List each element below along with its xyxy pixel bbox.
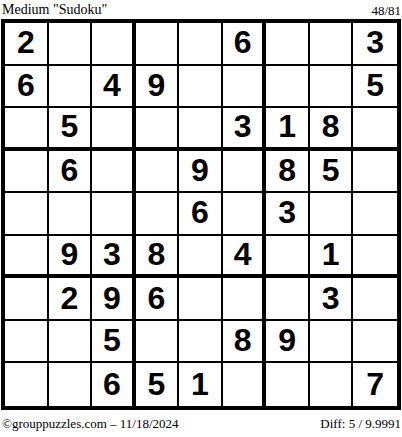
cell-r7c7-empty[interactable] [266, 278, 310, 321]
cell-r4c6-empty[interactable] [223, 151, 267, 194]
cell-r5c5-given: 6 [179, 193, 223, 236]
cell-r2c8-empty[interactable] [310, 66, 354, 109]
cell-r4c3-empty[interactable] [92, 151, 136, 194]
sudoku-board: 263649553186985639384129635896517 [1, 19, 401, 410]
cell-r3c7-given: 1 [266, 108, 310, 151]
cell-r2c6-empty[interactable] [223, 66, 267, 109]
cell-r8c8-empty[interactable] [310, 321, 354, 364]
cell-r4c2-given: 6 [49, 151, 93, 194]
cell-r6c2-given: 9 [49, 236, 93, 279]
cell-r1c3-empty[interactable] [92, 23, 136, 66]
cell-r1c7-empty[interactable] [266, 23, 310, 66]
puzzle-title: Medium "Sudoku" [2, 2, 107, 18]
cell-r9c9-given: 7 [353, 363, 397, 406]
cell-r8c9-empty[interactable] [353, 321, 397, 364]
cells-remaining-counter: 48/81 [371, 3, 401, 18]
cell-r2c3-given: 4 [92, 66, 136, 109]
cell-r6c1-empty[interactable] [5, 236, 49, 279]
cell-r5c7-given: 3 [266, 193, 310, 236]
cell-r3c6-given: 3 [223, 108, 267, 151]
cell-r3c1-empty[interactable] [5, 108, 49, 151]
cell-r5c6-empty[interactable] [223, 193, 267, 236]
cell-r6c8-given: 1 [310, 236, 354, 279]
cell-r8c2-empty[interactable] [49, 321, 93, 364]
cell-r4c8-given: 5 [310, 151, 354, 194]
cell-r1c8-empty[interactable] [310, 23, 354, 66]
cell-r6c9-empty[interactable] [353, 236, 397, 279]
cell-r9c2-empty[interactable] [49, 363, 93, 406]
cell-r6c7-empty[interactable] [266, 236, 310, 279]
header: Medium "Sudoku" 48/81 [0, 0, 402, 19]
cell-r9c8-empty[interactable] [310, 363, 354, 406]
sudoku-page: Medium "Sudoku" 48/81 263649553186985639… [0, 0, 402, 437]
cell-r6c5-empty[interactable] [179, 236, 223, 279]
cell-r1c9-given: 3 [353, 23, 397, 66]
cell-r2c1-given: 6 [5, 66, 49, 109]
cell-r8c6-given: 8 [223, 321, 267, 364]
cell-r8c3-given: 5 [92, 321, 136, 364]
cell-r9c5-given: 1 [179, 363, 223, 406]
cell-r1c5-empty[interactable] [179, 23, 223, 66]
cell-r1c1-given: 2 [5, 23, 49, 66]
cell-r4c9-empty[interactable] [353, 151, 397, 194]
cell-r9c4-given: 5 [136, 363, 180, 406]
cell-r5c3-empty[interactable] [92, 193, 136, 236]
copyright-date: ©grouppuzzles.com – 11/18/2024 [2, 416, 179, 431]
cell-r5c1-empty[interactable] [5, 193, 49, 236]
cell-r9c6-empty[interactable] [223, 363, 267, 406]
cell-r2c7-empty[interactable] [266, 66, 310, 109]
cell-r3c8-given: 8 [310, 108, 354, 151]
cell-r9c1-empty[interactable] [5, 363, 49, 406]
cell-r3c9-empty[interactable] [353, 108, 397, 151]
cell-r2c5-empty[interactable] [179, 66, 223, 109]
cell-r5c2-empty[interactable] [49, 193, 93, 236]
cell-r8c1-empty[interactable] [5, 321, 49, 364]
cell-r3c4-empty[interactable] [136, 108, 180, 151]
cell-r2c9-given: 5 [353, 66, 397, 109]
cell-r5c4-empty[interactable] [136, 193, 180, 236]
cell-r5c9-empty[interactable] [353, 193, 397, 236]
cell-r4c4-empty[interactable] [136, 151, 180, 194]
cell-r8c7-given: 9 [266, 321, 310, 364]
cell-r6c6-given: 4 [223, 236, 267, 279]
cell-r7c1-empty[interactable] [5, 278, 49, 321]
cell-r8c4-empty[interactable] [136, 321, 180, 364]
cell-r1c6-given: 6 [223, 23, 267, 66]
cell-r7c2-given: 2 [49, 278, 93, 321]
cell-r3c3-empty[interactable] [92, 108, 136, 151]
cell-r3c5-empty[interactable] [179, 108, 223, 151]
cell-r7c6-empty[interactable] [223, 278, 267, 321]
cell-r4c1-empty[interactable] [5, 151, 49, 194]
cell-r5c8-empty[interactable] [310, 193, 354, 236]
cell-r7c8-given: 3 [310, 278, 354, 321]
cell-r7c3-given: 9 [92, 278, 136, 321]
cell-r1c4-empty[interactable] [136, 23, 180, 66]
cell-r8c5-empty[interactable] [179, 321, 223, 364]
cell-r7c9-empty[interactable] [353, 278, 397, 321]
cell-r6c4-given: 8 [136, 236, 180, 279]
cell-r4c7-given: 8 [266, 151, 310, 194]
cell-r4c5-given: 9 [179, 151, 223, 194]
cell-r2c4-given: 9 [136, 66, 180, 109]
cell-r7c5-empty[interactable] [179, 278, 223, 321]
cell-r9c3-given: 6 [92, 363, 136, 406]
cell-r9c7-empty[interactable] [266, 363, 310, 406]
cell-r1c2-empty[interactable] [49, 23, 93, 66]
cell-r6c3-given: 3 [92, 236, 136, 279]
cell-r7c4-given: 6 [136, 278, 180, 321]
cell-r2c2-empty[interactable] [49, 66, 93, 109]
cell-r3c2-given: 5 [49, 108, 93, 151]
difficulty-rating: Diff: 5 / 9.9991 [320, 416, 401, 431]
footer: ©grouppuzzles.com – 11/18/2024 Diff: 5 /… [0, 410, 402, 431]
